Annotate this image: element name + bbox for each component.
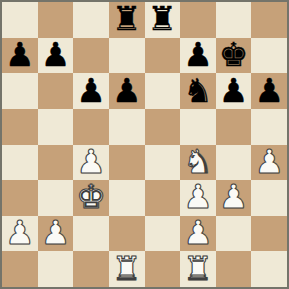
piece-white-pawn[interactable]: ♟	[254, 145, 284, 178]
square-h3[interactable]	[251, 180, 287, 216]
square-b4[interactable]	[38, 145, 74, 181]
square-f3[interactable]: ♟	[180, 180, 216, 216]
square-a4[interactable]	[2, 145, 38, 181]
square-f8[interactable]	[180, 2, 216, 38]
square-a3[interactable]	[2, 180, 38, 216]
square-c8[interactable]	[73, 2, 109, 38]
piece-black-pawn[interactable]: ♟	[183, 38, 213, 71]
square-d6[interactable]: ♟	[109, 73, 145, 109]
square-a6[interactable]	[2, 73, 38, 109]
piece-white-pawn[interactable]: ♟	[76, 145, 106, 178]
square-b7[interactable]: ♟	[38, 38, 74, 74]
square-a8[interactable]	[2, 2, 38, 38]
square-c4[interactable]: ♟	[73, 145, 109, 181]
square-e3[interactable]	[145, 180, 181, 216]
square-a2[interactable]: ♟	[2, 216, 38, 252]
chess-board: ♜♜♟♟♟♚♟♟♞♟♟♟♞♟♚♟♟♟♟♟♜♜	[0, 0, 289, 289]
square-g8[interactable]	[216, 2, 252, 38]
square-b1[interactable]	[38, 251, 74, 287]
square-h2[interactable]	[251, 216, 287, 252]
square-g2[interactable]	[216, 216, 252, 252]
square-b8[interactable]	[38, 2, 74, 38]
square-c2[interactable]	[73, 216, 109, 252]
piece-black-king[interactable]: ♚	[219, 38, 249, 71]
square-c5[interactable]	[73, 109, 109, 145]
square-e4[interactable]	[145, 145, 181, 181]
square-c1[interactable]	[73, 251, 109, 287]
square-e5[interactable]	[145, 109, 181, 145]
square-c3[interactable]: ♚	[73, 180, 109, 216]
square-h8[interactable]	[251, 2, 287, 38]
square-f6[interactable]: ♞	[180, 73, 216, 109]
piece-white-rook[interactable]: ♜	[112, 252, 142, 285]
square-b2[interactable]: ♟	[38, 216, 74, 252]
square-c6[interactable]: ♟	[73, 73, 109, 109]
piece-black-pawn[interactable]: ♟	[112, 74, 142, 107]
piece-black-rook[interactable]: ♜	[112, 2, 142, 35]
square-h6[interactable]: ♟	[251, 73, 287, 109]
square-e6[interactable]	[145, 73, 181, 109]
piece-white-rook[interactable]: ♜	[183, 252, 213, 285]
piece-white-king[interactable]: ♚	[76, 180, 106, 213]
square-b6[interactable]	[38, 73, 74, 109]
square-d1[interactable]: ♜	[109, 251, 145, 287]
square-d5[interactable]	[109, 109, 145, 145]
square-e1[interactable]	[145, 251, 181, 287]
piece-white-pawn[interactable]: ♟	[41, 216, 71, 249]
square-d2[interactable]	[109, 216, 145, 252]
square-d8[interactable]: ♜	[109, 2, 145, 38]
square-e8[interactable]: ♜	[145, 2, 181, 38]
square-f4[interactable]: ♞	[180, 145, 216, 181]
piece-black-pawn[interactable]: ♟	[5, 38, 35, 71]
square-e2[interactable]	[145, 216, 181, 252]
square-g6[interactable]: ♟	[216, 73, 252, 109]
square-b3[interactable]	[38, 180, 74, 216]
square-g4[interactable]	[216, 145, 252, 181]
piece-white-pawn[interactable]: ♟	[183, 180, 213, 213]
piece-black-pawn[interactable]: ♟	[41, 38, 71, 71]
square-f1[interactable]: ♜	[180, 251, 216, 287]
square-c7[interactable]	[73, 38, 109, 74]
square-g3[interactable]: ♟	[216, 180, 252, 216]
square-b5[interactable]	[38, 109, 74, 145]
square-d3[interactable]	[109, 180, 145, 216]
piece-black-pawn[interactable]: ♟	[254, 74, 284, 107]
square-h7[interactable]	[251, 38, 287, 74]
square-f2[interactable]: ♟	[180, 216, 216, 252]
square-g1[interactable]	[216, 251, 252, 287]
piece-black-knight[interactable]: ♞	[183, 74, 213, 107]
piece-black-pawn[interactable]: ♟	[219, 74, 249, 107]
piece-black-pawn[interactable]: ♟	[76, 74, 106, 107]
square-d4[interactable]	[109, 145, 145, 181]
square-h4[interactable]: ♟	[251, 145, 287, 181]
square-h5[interactable]	[251, 109, 287, 145]
square-a5[interactable]	[2, 109, 38, 145]
piece-white-pawn[interactable]: ♟	[5, 216, 35, 249]
piece-white-knight[interactable]: ♞	[183, 145, 213, 178]
piece-white-pawn[interactable]: ♟	[219, 180, 249, 213]
square-f5[interactable]	[180, 109, 216, 145]
square-g7[interactable]: ♚	[216, 38, 252, 74]
square-a1[interactable]	[2, 251, 38, 287]
square-e7[interactable]	[145, 38, 181, 74]
piece-white-pawn[interactable]: ♟	[183, 216, 213, 249]
square-d7[interactable]	[109, 38, 145, 74]
square-a7[interactable]: ♟	[2, 38, 38, 74]
piece-black-rook[interactable]: ♜	[148, 2, 178, 35]
square-g5[interactable]	[216, 109, 252, 145]
square-f7[interactable]: ♟	[180, 38, 216, 74]
square-h1[interactable]	[251, 251, 287, 287]
